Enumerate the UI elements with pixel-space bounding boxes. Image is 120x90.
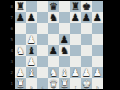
rank-label-3: 3: [0, 56, 13, 67]
file-label-f: f: [70, 86, 81, 90]
square-b8[interactable]: [26, 1, 37, 12]
file-label-d: d: [48, 86, 59, 90]
white-bishop-b2[interactable]: ♝: [27, 67, 36, 78]
black-pawn-e5[interactable]: ♟: [60, 34, 69, 45]
white-pawn-f2[interactable]: ♟: [71, 67, 80, 78]
square-f6[interactable]: [70, 23, 81, 34]
square-e3[interactable]: [59, 56, 70, 67]
black-rook-a8[interactable]: ♜: [16, 1, 25, 12]
rank-labels: 87654321: [0, 1, 14, 89]
file-label-c: c: [37, 86, 48, 90]
square-g4[interactable]: [81, 45, 92, 56]
file-label-e: e: [59, 86, 70, 90]
black-queen-d8[interactable]: ♛: [49, 1, 58, 12]
square-b7[interactable]: ♟: [26, 12, 37, 23]
square-d5[interactable]: [48, 34, 59, 45]
square-g8[interactable]: ♚: [81, 1, 92, 12]
rank-label-2: 2: [0, 67, 13, 78]
square-h6[interactable]: [92, 23, 103, 34]
black-bishop-b4[interactable]: ♝: [27, 45, 36, 56]
square-b5[interactable]: ♟: [26, 34, 37, 45]
white-pawn-b3[interactable]: ♟: [27, 56, 36, 67]
square-a4[interactable]: ♞: [15, 45, 26, 56]
file-label-a: a: [15, 86, 26, 90]
square-b3[interactable]: ♟: [26, 56, 37, 67]
square-e5[interactable]: ♟: [59, 34, 70, 45]
square-d4[interactable]: ♟: [48, 45, 59, 56]
black-king-g8[interactable]: ♚: [82, 1, 91, 12]
square-g3[interactable]: [81, 56, 92, 67]
rank-label-7: 7: [0, 12, 13, 23]
black-knight-e4[interactable]: ♞: [60, 45, 69, 56]
white-knight-a4[interactable]: ♞: [16, 45, 25, 56]
square-c5[interactable]: [37, 34, 48, 45]
square-c7[interactable]: [37, 12, 48, 23]
square-g5[interactable]: [81, 34, 92, 45]
white-bishop-e2[interactable]: ♝: [60, 67, 69, 78]
square-g6[interactable]: [81, 23, 92, 34]
rank-label-8: 8: [0, 1, 13, 12]
square-e8[interactable]: [59, 1, 70, 12]
square-c6[interactable]: [37, 23, 48, 34]
square-c3[interactable]: [37, 56, 48, 67]
square-d8[interactable]: ♛: [48, 1, 59, 12]
square-f7[interactable]: ♟: [70, 12, 81, 23]
square-f5[interactable]: [70, 34, 81, 45]
black-knight-d7[interactable]: ♞: [49, 12, 58, 23]
square-b6[interactable]: [26, 23, 37, 34]
square-h4[interactable]: [92, 45, 103, 56]
square-d7[interactable]: ♞: [48, 12, 59, 23]
file-label-h: h: [92, 86, 103, 90]
square-g7[interactable]: ♟: [81, 12, 92, 23]
file-label-g: g: [81, 86, 92, 90]
black-pawn-f7[interactable]: ♟: [71, 12, 80, 23]
square-a7[interactable]: ♟: [15, 12, 26, 23]
square-a3[interactable]: [15, 56, 26, 67]
square-a2[interactable]: ♟: [15, 67, 26, 78]
black-pawn-b7[interactable]: ♟: [27, 12, 36, 23]
square-c8[interactable]: [37, 1, 48, 12]
square-a8[interactable]: ♜: [15, 1, 26, 12]
square-h7[interactable]: ♟: [92, 12, 103, 23]
square-h5[interactable]: [92, 34, 103, 45]
square-c4[interactable]: [37, 45, 48, 56]
square-e4[interactable]: ♞: [59, 45, 70, 56]
square-c2[interactable]: [37, 67, 48, 78]
black-rook-f8[interactable]: ♜: [71, 1, 80, 12]
square-b4[interactable]: ♝: [26, 45, 37, 56]
rank-label-5: 5: [0, 34, 13, 45]
rank-label-4: 4: [0, 45, 13, 56]
chess-app-window: 87654321 ♜♛♜♚♟♟♞♟♟♟♟♟♞♝♟♞♟♟♝♞♝♟♟♟♜♛♜♚ ab…: [0, 0, 120, 90]
white-pawn-h2[interactable]: ♟: [93, 67, 102, 78]
white-pawn-g2[interactable]: ♟: [82, 67, 91, 78]
square-d3[interactable]: [48, 56, 59, 67]
file-label-b: b: [26, 86, 37, 90]
black-pawn-d4[interactable]: ♟: [49, 45, 58, 56]
square-f8[interactable]: ♜: [70, 1, 81, 12]
file-labels: abcdefgh: [15, 86, 103, 90]
chess-board: ♜♛♜♚♟♟♞♟♟♟♟♟♞♝♟♞♟♟♝♞♝♟♟♟♜♛♜♚: [15, 1, 103, 89]
square-f4[interactable]: [70, 45, 81, 56]
rank-label-1: 1: [0, 78, 13, 89]
square-e6[interactable]: [59, 23, 70, 34]
square-b2[interactable]: ♝: [26, 67, 37, 78]
square-e7[interactable]: [59, 12, 70, 23]
square-d2[interactable]: ♞: [48, 67, 59, 78]
rank-label-6: 6: [0, 23, 13, 34]
black-pawn-h7[interactable]: ♟: [93, 12, 102, 23]
square-h3[interactable]: [92, 56, 103, 67]
square-f2[interactable]: ♟: [70, 67, 81, 78]
square-f3[interactable]: [70, 56, 81, 67]
white-pawn-a2[interactable]: ♟: [16, 67, 25, 78]
square-a5[interactable]: [15, 34, 26, 45]
square-g2[interactable]: ♟: [81, 67, 92, 78]
white-pawn-b5[interactable]: ♟: [27, 34, 36, 45]
square-a6[interactable]: [15, 23, 26, 34]
square-h2[interactable]: ♟: [92, 67, 103, 78]
square-h8[interactable]: [92, 1, 103, 12]
black-pawn-g7[interactable]: ♟: [82, 12, 91, 23]
square-d6[interactable]: [48, 23, 59, 34]
square-e2[interactable]: ♝: [59, 67, 70, 78]
black-pawn-a7[interactable]: ♟: [16, 12, 25, 23]
white-knight-d2[interactable]: ♞: [49, 67, 58, 78]
